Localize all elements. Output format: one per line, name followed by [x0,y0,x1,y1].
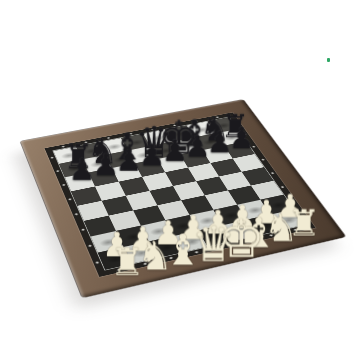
black-pawn[interactable]: ♟ [115,147,142,174]
square-d5[interactable] [142,172,173,191]
green-speck-artifact [327,58,330,62]
board-rim: ♜♞♝♛♚♝♞♜♟♟♟♟♟♟♟♟♟♟♟♟♟♟♟♟♜♞♝♛♚♝♞♜ [45,112,316,276]
square-e5[interactable] [165,168,196,186]
black-pawn[interactable]: ♟ [92,151,119,178]
black-pawn[interactable]: ♟ [139,142,166,169]
chess-set-photo: ♜♞♝♛♚♝♞♜♟♟♟♟♟♟♟♟♟♟♟♟♟♟♟♟♜♞♝♛♚♝♞♜ [0,0,360,360]
white-rook[interactable]: ♜ [110,245,144,279]
black-pawn[interactable]: ♟ [68,156,95,183]
square-f5[interactable] [188,163,219,181]
